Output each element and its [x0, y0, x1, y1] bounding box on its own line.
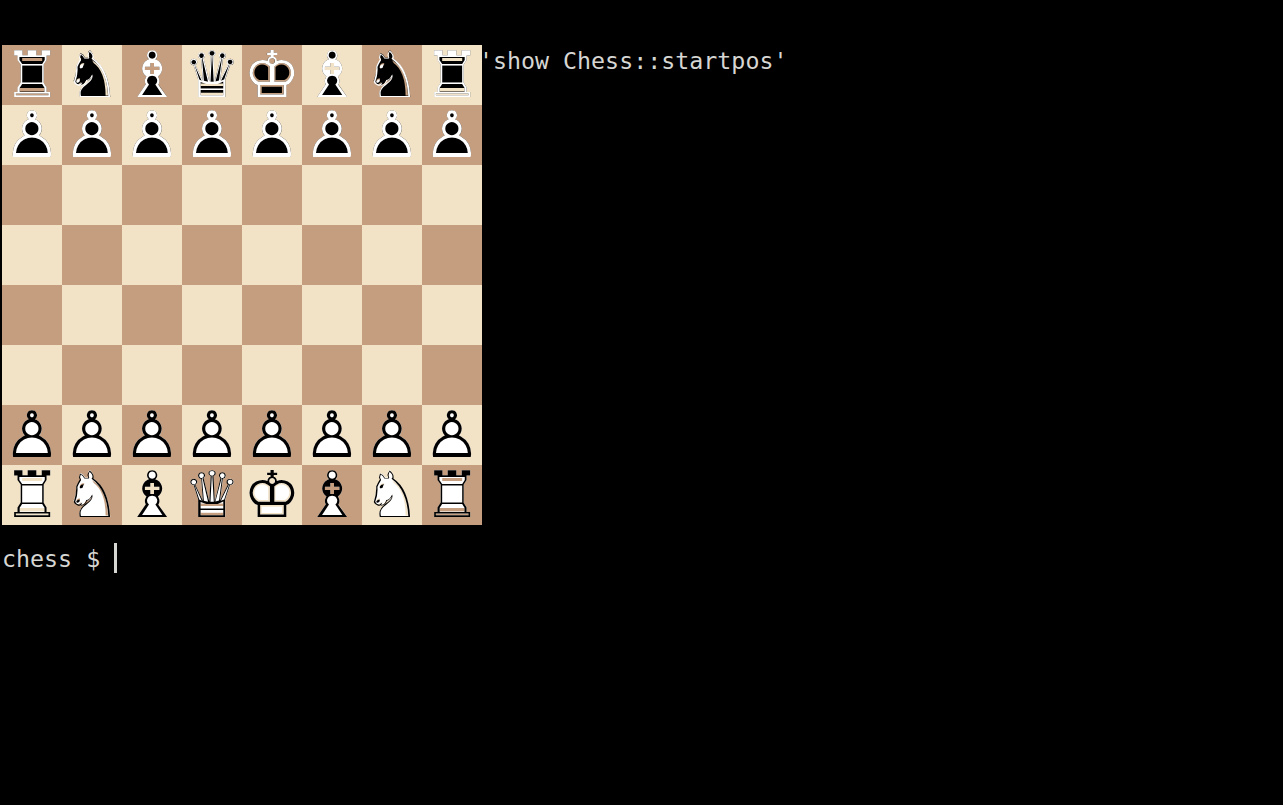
white-knight-icon: ♞♘	[62, 465, 122, 525]
white-queen-icon: ♛♕	[182, 465, 242, 525]
square-c5	[122, 225, 182, 285]
square-c2: ♟♙	[122, 405, 182, 465]
white-pawn-icon: ♟♙	[122, 405, 182, 465]
square-f8: ♝♗	[302, 45, 362, 105]
square-f5	[302, 225, 362, 285]
white-pawn-icon: ♟♙	[2, 405, 62, 465]
black-pawn-icon: ♟♙	[2, 105, 62, 165]
black-pawn-icon: ♟♙	[362, 105, 422, 165]
black-rook-icon: ♜♖	[422, 45, 482, 105]
black-queen-icon: ♛♕	[182, 45, 242, 105]
square-g8: ♞♘	[362, 45, 422, 105]
square-a3	[2, 345, 62, 405]
square-g5	[362, 225, 422, 285]
black-pawn-icon: ♟♙	[182, 105, 242, 165]
square-d6	[182, 165, 242, 225]
square-g3	[362, 345, 422, 405]
prompt-line[interactable]: chess $	[2, 542, 1283, 574]
black-knight-icon: ♞♘	[362, 45, 422, 105]
black-pawn-icon: ♟♙	[62, 105, 122, 165]
square-h8: ♜♖	[422, 45, 482, 105]
square-e1: ♚♔	[242, 465, 302, 525]
square-b8: ♞♘	[62, 45, 122, 105]
square-f3	[302, 345, 362, 405]
black-pawn-icon: ♟♙	[302, 105, 362, 165]
square-h6	[422, 165, 482, 225]
white-rook-icon: ♜♖	[422, 465, 482, 525]
white-bishop-icon: ♝♗	[302, 465, 362, 525]
square-h1: ♜♖	[422, 465, 482, 525]
terminal-window[interactable]: chess $ raku -Ilib -MChess -e 'show Ches…	[0, 0, 1283, 805]
white-pawn-icon: ♟♙	[302, 405, 362, 465]
black-pawn-icon: ♟♙	[422, 105, 482, 165]
white-pawn-icon: ♟♙	[182, 405, 242, 465]
white-pawn-icon: ♟♙	[62, 405, 122, 465]
black-pawn-icon: ♟♙	[242, 105, 302, 165]
square-f2: ♟♙	[302, 405, 362, 465]
square-c8: ♝♗	[122, 45, 182, 105]
square-f4	[302, 285, 362, 345]
square-h2: ♟♙	[422, 405, 482, 465]
square-h3	[422, 345, 482, 405]
terminal-cursor	[114, 543, 117, 573]
square-h4	[422, 285, 482, 345]
square-d2: ♟♙	[182, 405, 242, 465]
square-a5	[2, 225, 62, 285]
square-a8: ♜♖	[2, 45, 62, 105]
square-a6	[2, 165, 62, 225]
black-pawn-icon: ♟♙	[122, 105, 182, 165]
square-e6	[242, 165, 302, 225]
square-e7: ♟♙	[242, 105, 302, 165]
square-c3	[122, 345, 182, 405]
black-bishop-icon: ♝♗	[122, 45, 182, 105]
white-bishop-icon: ♝♗	[122, 465, 182, 525]
square-c1: ♝♗	[122, 465, 182, 525]
white-pawn-icon: ♟♙	[362, 405, 422, 465]
square-a1: ♜♖	[2, 465, 62, 525]
square-f6	[302, 165, 362, 225]
square-f1: ♝♗	[302, 465, 362, 525]
square-c6	[122, 165, 182, 225]
white-rook-icon: ♜♖	[2, 465, 62, 525]
white-pawn-icon: ♟♙	[242, 405, 302, 465]
square-c7: ♟♙	[122, 105, 182, 165]
square-b4	[62, 285, 122, 345]
square-e8: ♚♔	[242, 45, 302, 105]
square-d7: ♟♙	[182, 105, 242, 165]
black-king-icon: ♚♔	[242, 45, 302, 105]
black-knight-icon: ♞♘	[62, 45, 122, 105]
square-d5	[182, 225, 242, 285]
square-f7: ♟♙	[302, 105, 362, 165]
square-b6	[62, 165, 122, 225]
square-e2: ♟♙	[242, 405, 302, 465]
black-rook-icon: ♜♖	[2, 45, 62, 105]
square-d1: ♛♕	[182, 465, 242, 525]
square-b5	[62, 225, 122, 285]
white-knight-icon: ♞♘	[362, 465, 422, 525]
black-bishop-icon: ♝♗	[302, 45, 362, 105]
square-g7: ♟♙	[362, 105, 422, 165]
square-g4	[362, 285, 422, 345]
square-e3	[242, 345, 302, 405]
square-c4	[122, 285, 182, 345]
square-g6	[362, 165, 422, 225]
square-b3	[62, 345, 122, 405]
square-d8: ♛♕	[182, 45, 242, 105]
white-pawn-icon: ♟♙	[422, 405, 482, 465]
square-e5	[242, 225, 302, 285]
square-e4	[242, 285, 302, 345]
square-a2: ♟♙	[2, 405, 62, 465]
square-b2: ♟♙	[62, 405, 122, 465]
square-b7: ♟♙	[62, 105, 122, 165]
square-b1: ♞♘	[62, 465, 122, 525]
square-d3	[182, 345, 242, 405]
square-h7: ♟♙	[422, 105, 482, 165]
square-g1: ♞♘	[362, 465, 422, 525]
square-d4	[182, 285, 242, 345]
shell-prompt: chess $	[2, 545, 100, 572]
square-h5	[422, 225, 482, 285]
square-g2: ♟♙	[362, 405, 422, 465]
white-king-icon: ♚♔	[242, 465, 302, 525]
chess-board: ♜♖♞♘♝♗♛♕♚♔♝♗♞♘♜♖♟♙♟♙♟♙♟♙♟♙♟♙♟♙♟♙♟♙♟♙♟♙♟♙…	[2, 45, 482, 525]
square-a4	[2, 285, 62, 345]
square-a7: ♟♙	[2, 105, 62, 165]
